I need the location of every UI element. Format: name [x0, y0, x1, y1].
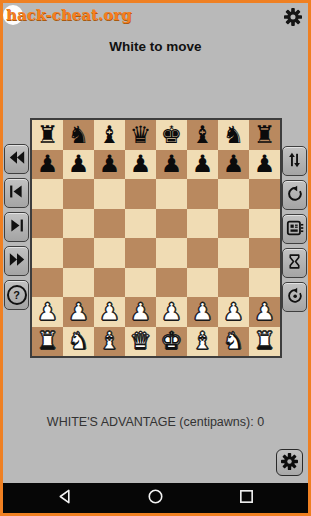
square-c8[interactable]: ♝ [94, 120, 125, 150]
black-king: ♚ [161, 123, 183, 147]
black-pawn: ♟ [130, 152, 152, 176]
square-f8[interactable]: ♝ [187, 120, 218, 150]
square-f4[interactable] [187, 238, 218, 268]
think-time-button[interactable] [282, 248, 307, 278]
square-d5[interactable] [125, 209, 156, 239]
black-pawn: ♟ [161, 152, 183, 176]
square-b6[interactable] [63, 179, 94, 209]
square-g3[interactable] [218, 268, 249, 298]
white-pawn: ♟ [37, 300, 59, 324]
right-controls [282, 146, 307, 312]
chess-app-screen: hack-cheat.org White to move ♜♞♝♛♚♝♞♜♟♟♟… [0, 0, 311, 516]
square-h2[interactable]: ♟ [249, 297, 280, 327]
white-pawn: ♟ [68, 300, 90, 324]
square-b7[interactable]: ♟ [63, 150, 94, 180]
white-pawn: ♟ [192, 300, 214, 324]
square-d2[interactable]: ♟ [125, 297, 156, 327]
square-b4[interactable] [63, 238, 94, 268]
square-e6[interactable] [156, 179, 187, 209]
nav-home-button[interactable] [146, 488, 166, 508]
square-f3[interactable] [187, 268, 218, 298]
square-c2[interactable]: ♟ [94, 297, 125, 327]
square-g7[interactable]: ♟ [218, 150, 249, 180]
android-nav-bar [3, 483, 308, 513]
skip-next-icon [8, 219, 25, 235]
square-e3[interactable] [156, 268, 187, 298]
square-c3[interactable] [94, 268, 125, 298]
square-c1[interactable]: ♝ [94, 327, 125, 357]
black-rook: ♜ [37, 123, 59, 147]
square-a1[interactable]: ♜ [32, 327, 63, 357]
square-b2[interactable]: ♟ [63, 297, 94, 327]
white-rook: ♜ [254, 329, 276, 353]
black-pawn: ♟ [37, 152, 59, 176]
up-down-arrows-icon [286, 152, 303, 171]
black-rook: ♜ [254, 123, 276, 147]
square-h7[interactable]: ♟ [249, 150, 280, 180]
engine-button[interactable] [282, 214, 307, 244]
settings-fab-button[interactable] [276, 449, 303, 476]
rotate-ccw-icon [286, 185, 304, 206]
white-queen: ♛ [130, 329, 152, 353]
square-h3[interactable] [249, 268, 280, 298]
square-c6[interactable] [94, 179, 125, 209]
turn-status: White to move [3, 39, 308, 54]
black-pawn: ♟ [192, 152, 214, 176]
home-icon [147, 488, 164, 508]
square-c5[interactable] [94, 209, 125, 239]
square-d4[interactable] [125, 238, 156, 268]
square-a4[interactable] [32, 238, 63, 268]
black-knight: ♞ [68, 123, 90, 147]
square-h5[interactable] [249, 209, 280, 239]
history-icon [286, 287, 304, 308]
white-king: ♚ [161, 329, 183, 353]
gear-icon [281, 453, 298, 473]
square-d3[interactable] [125, 268, 156, 298]
gear-icon [284, 12, 302, 29]
white-knight: ♞ [223, 329, 245, 353]
square-c4[interactable] [94, 238, 125, 268]
square-c7[interactable]: ♟ [94, 150, 125, 180]
square-e8[interactable]: ♚ [156, 120, 187, 150]
nav-recents-button[interactable] [236, 488, 256, 508]
white-pawn: ♟ [254, 300, 276, 324]
square-f1[interactable]: ♝ [187, 327, 218, 357]
square-f7[interactable]: ♟ [187, 150, 218, 180]
square-d7[interactable]: ♟ [125, 150, 156, 180]
square-g2[interactable]: ♟ [218, 297, 249, 327]
square-h6[interactable] [249, 179, 280, 209]
watermark-text: hack-cheat.org [6, 6, 132, 24]
white-bishop: ♝ [99, 329, 121, 353]
black-knight: ♞ [223, 123, 245, 147]
square-b3[interactable] [63, 268, 94, 298]
square-a6[interactable] [32, 179, 63, 209]
square-b1[interactable]: ♞ [63, 327, 94, 357]
fast-forward-icon [8, 253, 26, 269]
help-icon: ? [7, 285, 27, 305]
white-pawn: ♟ [223, 300, 245, 324]
left-controls: ? [4, 144, 29, 310]
square-g4[interactable] [218, 238, 249, 268]
white-knight: ♞ [68, 329, 90, 353]
restart-button[interactable] [282, 180, 307, 210]
black-pawn: ♟ [68, 152, 90, 176]
square-h4[interactable] [249, 238, 280, 268]
skip-previous-icon [8, 185, 25, 201]
fast-rewind-button[interactable] [4, 144, 29, 174]
fast-rewind-icon [8, 151, 26, 167]
skip-next-button[interactable] [4, 212, 29, 242]
square-b5[interactable] [63, 209, 94, 239]
square-d8[interactable]: ♛ [125, 120, 156, 150]
square-f2[interactable]: ♟ [187, 297, 218, 327]
nav-back-button[interactable] [55, 488, 75, 508]
square-a5[interactable] [32, 209, 63, 239]
black-pawn: ♟ [99, 152, 121, 176]
white-pawn: ♟ [130, 300, 152, 324]
square-f6[interactable] [187, 179, 218, 209]
square-e4[interactable] [156, 238, 187, 268]
square-h1[interactable]: ♜ [249, 327, 280, 357]
white-pawn: ♟ [161, 300, 183, 324]
square-e2[interactable]: ♟ [156, 297, 187, 327]
square-f5[interactable] [187, 209, 218, 239]
square-b8[interactable]: ♞ [63, 120, 94, 150]
square-a7[interactable]: ♟ [32, 150, 63, 180]
square-e5[interactable] [156, 209, 187, 239]
white-pawn: ♟ [99, 300, 121, 324]
flip-board-button[interactable] [282, 146, 307, 176]
square-e1[interactable]: ♚ [156, 327, 187, 357]
square-a2[interactable]: ♟ [32, 297, 63, 327]
evaluation-line: WHITE'S ADVANTAGE (centipawns): 0 [3, 415, 308, 429]
square-g8[interactable]: ♞ [218, 120, 249, 150]
help-button[interactable]: ? [4, 280, 29, 310]
chip-icon [286, 219, 304, 240]
square-g6[interactable] [218, 179, 249, 209]
black-pawn: ♟ [223, 152, 245, 176]
evaluation-value: 0 [257, 415, 264, 429]
square-d1[interactable]: ♛ [125, 327, 156, 357]
hourglass-icon [286, 253, 303, 273]
square-a8[interactable]: ♜ [32, 120, 63, 150]
square-g1[interactable]: ♞ [218, 327, 249, 357]
square-g5[interactable] [218, 209, 249, 239]
square-h8[interactable]: ♜ [249, 120, 280, 150]
evaluation-label: WHITE'S ADVANTAGE (centipawns): [47, 415, 254, 429]
back-icon [57, 488, 74, 508]
chess-board: ♜♞♝♛♚♝♞♜♟♟♟♟♟♟♟♟♟♟♟♟♟♟♟♟♜♞♝♛♚♝♞♜ [30, 118, 282, 358]
fast-forward-button[interactable] [4, 246, 29, 276]
square-a3[interactable] [32, 268, 63, 298]
skip-previous-button[interactable] [4, 178, 29, 208]
recents-icon [238, 488, 255, 508]
square-e7[interactable]: ♟ [156, 150, 187, 180]
white-rook: ♜ [37, 329, 59, 353]
square-d6[interactable] [125, 179, 156, 209]
settings-button[interactable] [284, 8, 302, 26]
black-bishop: ♝ [99, 123, 121, 147]
black-bishop: ♝ [192, 123, 214, 147]
white-bishop: ♝ [192, 329, 214, 353]
black-pawn: ♟ [254, 152, 276, 176]
black-queen: ♛ [130, 123, 152, 147]
takeback-button[interactable] [282, 282, 307, 312]
